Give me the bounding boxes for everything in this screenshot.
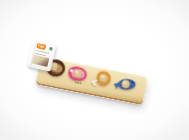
product-photo: VIGA Viga	[0, 0, 189, 140]
piece-drumstick	[89, 67, 113, 90]
brand-name: Viga	[38, 44, 45, 48]
piece-fish	[111, 73, 139, 94]
viga-logo: Viga	[36, 43, 46, 49]
label-accent-block	[49, 46, 53, 50]
label-product-art	[32, 55, 50, 67]
puzzle-board: VIGA	[35, 56, 148, 105]
